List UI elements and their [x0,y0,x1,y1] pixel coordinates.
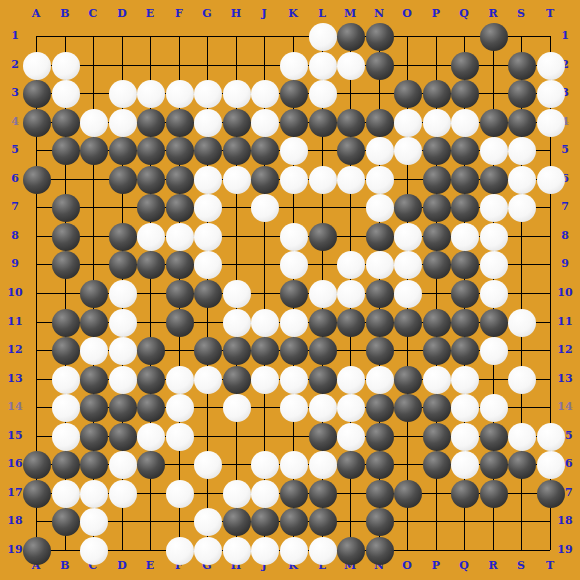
stone-black-O7 [394,194,422,222]
stone-black-P3 [423,80,451,108]
stone-white-T15 [537,423,565,451]
stone-white-B17 [52,480,80,508]
col-label-bottom-O: O [397,559,417,573]
stone-black-F9 [166,251,194,279]
stone-black-M19 [337,537,365,565]
stone-white-Q8 [451,223,479,251]
row-label-left-3: 3 [5,86,25,100]
stone-black-K4 [280,109,308,137]
stone-black-R4 [480,109,508,137]
stone-black-C14 [80,394,108,422]
stone-white-F15 [166,423,194,451]
stone-black-L8 [309,223,337,251]
stone-black-A6 [23,166,51,194]
col-label-top-R: R [483,7,503,21]
stone-black-R17 [480,480,508,508]
stone-black-Q10 [451,280,479,308]
stone-white-O5 [394,137,422,165]
stone-white-K14 [280,394,308,422]
stone-white-D17 [109,480,137,508]
stone-white-R14 [480,394,508,422]
stone-black-B8 [52,223,80,251]
go-board[interactable]: AABBCCDDEEFFGGHHJJKKLLMMNNOOPPQQRRSSTT11… [0,0,580,580]
stone-white-L3 [309,80,337,108]
stone-black-E4 [137,109,165,137]
col-label-bottom-D: D [112,559,132,573]
stone-white-S11 [508,309,536,337]
stone-white-E3 [137,80,165,108]
stone-black-L18 [309,508,337,536]
stone-black-N10 [366,280,394,308]
stone-white-A2 [23,52,51,80]
stone-white-R8 [480,223,508,251]
stone-black-N19 [366,537,394,565]
stone-white-H10 [223,280,251,308]
stone-black-H18 [223,508,251,536]
stone-black-B9 [52,251,80,279]
stone-white-O9 [394,251,422,279]
row-label-left-16: 16 [5,457,25,471]
stone-white-Q13 [451,366,479,394]
stone-black-N16 [366,451,394,479]
stone-black-B7 [52,194,80,222]
row-label-left-10: 10 [5,286,25,300]
row-label-left-5: 5 [5,143,25,157]
stone-black-R11 [480,309,508,337]
stone-black-B5 [52,137,80,165]
col-label-top-P: P [426,7,446,21]
stone-black-C10 [80,280,108,308]
stone-black-E14 [137,394,165,422]
stone-white-M15 [337,423,365,451]
stone-white-E8 [137,223,165,251]
stone-white-R5 [480,137,508,165]
stone-white-O8 [394,223,422,251]
row-label-left-1: 1 [5,29,25,43]
stone-black-G12 [194,337,222,365]
row-label-left-15: 15 [5,429,25,443]
stone-white-J17 [251,480,279,508]
stone-black-N4 [366,109,394,137]
row-label-right-1: 1 [555,29,575,43]
stone-black-P15 [423,423,451,451]
stone-black-F5 [166,137,194,165]
stone-black-O13 [394,366,422,394]
stone-black-C5 [80,137,108,165]
row-label-right-7: 7 [555,200,575,214]
stone-black-S3 [508,80,536,108]
stone-white-P4 [423,109,451,137]
stone-black-N1 [366,23,394,51]
stone-white-G16 [194,451,222,479]
col-label-top-H: H [226,7,246,21]
stone-black-N14 [366,394,394,422]
stone-white-B13 [52,366,80,394]
stone-black-M1 [337,23,365,51]
stone-white-L10 [309,280,337,308]
stone-black-Q7 [451,194,479,222]
col-label-bottom-R: R [483,559,503,573]
stone-black-G10 [194,280,222,308]
stone-black-R6 [480,166,508,194]
stone-white-T2 [537,52,565,80]
stone-black-P8 [423,223,451,251]
stone-black-C11 [80,309,108,337]
stone-black-F6 [166,166,194,194]
stone-black-Q12 [451,337,479,365]
stone-white-C18 [80,508,108,536]
stone-black-E12 [137,337,165,365]
stone-white-G6 [194,166,222,194]
col-label-bottom-B: B [55,559,75,573]
row-label-left-2: 2 [5,58,25,72]
stone-black-D9 [109,251,137,279]
col-label-top-G: G [197,7,217,21]
stone-black-F10 [166,280,194,308]
stone-white-J19 [251,537,279,565]
stone-black-M5 [337,137,365,165]
stone-white-J11 [251,309,279,337]
col-label-top-T: T [540,7,560,21]
col-label-top-L: L [312,7,332,21]
col-label-top-S: S [511,7,531,21]
stone-black-N8 [366,223,394,251]
stone-black-J12 [251,337,279,365]
stone-white-J4 [251,109,279,137]
stone-white-L14 [309,394,337,422]
stone-black-P11 [423,309,451,337]
stone-white-B15 [52,423,80,451]
stone-white-D10 [109,280,137,308]
stone-black-P5 [423,137,451,165]
row-label-left-7: 7 [5,200,25,214]
stone-black-Q5 [451,137,479,165]
stone-black-J5 [251,137,279,165]
stone-white-T4 [537,109,565,137]
stone-black-T17 [537,480,565,508]
stone-white-G9 [194,251,222,279]
stone-black-C13 [80,366,108,394]
stone-white-Q4 [451,109,479,137]
stone-white-N13 [366,366,394,394]
stone-black-B12 [52,337,80,365]
stone-white-G18 [194,508,222,536]
row-label-right-11: 11 [555,315,575,329]
row-label-left-14: 14 [5,400,25,414]
stone-white-F3 [166,80,194,108]
stone-white-B2 [52,52,80,80]
stone-white-H17 [223,480,251,508]
row-label-left-8: 8 [5,229,25,243]
stone-black-P12 [423,337,451,365]
stone-black-N17 [366,480,394,508]
stone-white-O10 [394,280,422,308]
stone-white-N6 [366,166,394,194]
stone-black-A17 [23,480,51,508]
stone-white-T6 [537,166,565,194]
stone-black-L17 [309,480,337,508]
stone-white-C17 [80,480,108,508]
stone-black-P16 [423,451,451,479]
stone-white-C19 [80,537,108,565]
stone-white-F19 [166,537,194,565]
stone-white-S7 [508,194,536,222]
stone-white-J3 [251,80,279,108]
stone-black-Q3 [451,80,479,108]
stone-black-D8 [109,223,137,251]
stone-white-G4 [194,109,222,137]
stone-black-L13 [309,366,337,394]
row-label-left-4: 4 [5,115,25,129]
stone-white-L16 [309,451,337,479]
col-label-top-F: F [169,7,189,21]
stone-black-E16 [137,451,165,479]
stone-white-M14 [337,394,365,422]
col-label-top-Q: Q [454,7,474,21]
stone-black-Q2 [451,52,479,80]
stone-white-M6 [337,166,365,194]
stone-black-K17 [280,480,308,508]
stone-white-G13 [194,366,222,394]
stone-black-R15 [480,423,508,451]
stone-white-F14 [166,394,194,422]
stone-black-K3 [280,80,308,108]
stone-black-L4 [309,109,337,137]
col-label-top-N: N [369,7,389,21]
col-label-bottom-Q: Q [454,559,474,573]
stone-black-N12 [366,337,394,365]
col-label-top-B: B [55,7,75,21]
col-label-top-E: E [140,7,160,21]
row-label-right-18: 18 [555,514,575,528]
stone-white-K9 [280,251,308,279]
stone-black-J6 [251,166,279,194]
row-label-right-13: 13 [555,372,575,386]
col-label-top-C: C [83,7,103,21]
stone-white-S5 [508,137,536,165]
stone-white-Q15 [451,423,479,451]
row-label-left-18: 18 [5,514,25,528]
stone-black-M16 [337,451,365,479]
stone-white-H19 [223,537,251,565]
stone-black-H12 [223,337,251,365]
stone-white-H11 [223,309,251,337]
stone-black-Q6 [451,166,479,194]
stone-white-J13 [251,366,279,394]
stone-white-S13 [508,366,536,394]
stone-black-D5 [109,137,137,165]
col-label-top-K: K [283,7,303,21]
stone-white-R10 [480,280,508,308]
stone-black-K10 [280,280,308,308]
stone-white-K8 [280,223,308,251]
stone-black-Q17 [451,480,479,508]
stone-black-O14 [394,394,422,422]
stone-black-L15 [309,423,337,451]
stone-white-K2 [280,52,308,80]
stone-black-E13 [137,366,165,394]
stone-black-A4 [23,109,51,137]
stone-black-F11 [166,309,194,337]
row-label-right-5: 5 [555,143,575,157]
stone-black-K12 [280,337,308,365]
stone-black-R1 [480,23,508,51]
stone-black-N15 [366,423,394,451]
stone-black-M11 [337,309,365,337]
stone-white-D12 [109,337,137,365]
stone-black-E9 [137,251,165,279]
stone-black-N2 [366,52,394,80]
stone-black-B11 [52,309,80,337]
stone-black-J18 [251,508,279,536]
col-label-top-D: D [112,7,132,21]
stone-white-T3 [537,80,565,108]
stone-black-A16 [23,451,51,479]
stone-black-F4 [166,109,194,137]
stone-black-P7 [423,194,451,222]
row-label-left-6: 6 [5,172,25,186]
row-label-right-19: 19 [555,543,575,557]
stone-black-E6 [137,166,165,194]
row-label-left-17: 17 [5,486,25,500]
stone-black-A3 [23,80,51,108]
stone-black-O11 [394,309,422,337]
stone-black-M4 [337,109,365,137]
stone-white-N5 [366,137,394,165]
row-label-right-8: 8 [555,229,575,243]
stone-white-D4 [109,109,137,137]
stone-black-H4 [223,109,251,137]
stone-white-H14 [223,394,251,422]
stone-black-E5 [137,137,165,165]
stone-white-J16 [251,451,279,479]
stone-white-O4 [394,109,422,137]
row-label-right-12: 12 [555,343,575,357]
stone-white-N7 [366,194,394,222]
stone-white-P13 [423,366,451,394]
stone-white-R7 [480,194,508,222]
stone-white-E15 [137,423,165,451]
stone-white-K16 [280,451,308,479]
col-label-top-J: J [254,7,274,21]
stone-white-B14 [52,394,80,422]
row-label-left-13: 13 [5,372,25,386]
stone-white-J7 [251,194,279,222]
stone-white-B3 [52,80,80,108]
col-label-bottom-S: S [511,559,531,573]
stone-white-M10 [337,280,365,308]
col-label-bottom-T: T [540,559,560,573]
stone-black-N18 [366,508,394,536]
stone-black-A19 [23,537,51,565]
stone-white-H3 [223,80,251,108]
stone-white-K5 [280,137,308,165]
stone-black-O3 [394,80,422,108]
stone-white-G8 [194,223,222,251]
stone-white-L2 [309,52,337,80]
stone-black-C15 [80,423,108,451]
stone-white-M2 [337,52,365,80]
stone-white-D11 [109,309,137,337]
stone-black-R16 [480,451,508,479]
stone-white-G19 [194,537,222,565]
stone-white-M13 [337,366,365,394]
stone-white-G3 [194,80,222,108]
stone-white-S6 [508,166,536,194]
col-label-top-A: A [26,7,46,21]
stone-black-D14 [109,394,137,422]
stone-white-Q16 [451,451,479,479]
stone-white-D3 [109,80,137,108]
stone-white-F17 [166,480,194,508]
stone-black-Q11 [451,309,479,337]
stone-black-E7 [137,194,165,222]
col-label-bottom-P: P [426,559,446,573]
stone-white-R9 [480,251,508,279]
row-label-left-19: 19 [5,543,25,557]
stone-white-L1 [309,23,337,51]
stone-black-L12 [309,337,337,365]
stone-black-S4 [508,109,536,137]
stone-white-R12 [480,337,508,365]
col-label-bottom-E: E [140,559,160,573]
stone-white-F13 [166,366,194,394]
stone-black-N11 [366,309,394,337]
stone-black-G5 [194,137,222,165]
stone-white-D13 [109,366,137,394]
stone-black-B4 [52,109,80,137]
row-label-right-10: 10 [555,286,575,300]
stone-black-F7 [166,194,194,222]
stone-black-B18 [52,508,80,536]
stone-white-Q14 [451,394,479,422]
stone-black-B16 [52,451,80,479]
stone-white-K6 [280,166,308,194]
stone-black-P6 [423,166,451,194]
stone-black-H13 [223,366,251,394]
stone-black-P9 [423,251,451,279]
stone-white-K11 [280,309,308,337]
stone-black-H5 [223,137,251,165]
col-label-top-M: M [340,7,360,21]
stone-white-C12 [80,337,108,365]
stone-black-L11 [309,309,337,337]
stone-white-H6 [223,166,251,194]
stone-white-N9 [366,251,394,279]
stone-white-M9 [337,251,365,279]
row-label-left-11: 11 [5,315,25,329]
stone-black-K18 [280,508,308,536]
stone-white-K13 [280,366,308,394]
stone-white-T16 [537,451,565,479]
stone-white-F8 [166,223,194,251]
stone-black-Q9 [451,251,479,279]
stone-white-L19 [309,537,337,565]
col-label-top-O: O [397,7,417,21]
stone-white-S15 [508,423,536,451]
row-label-left-9: 9 [5,257,25,271]
stone-white-L6 [309,166,337,194]
row-label-right-9: 9 [555,257,575,271]
stone-black-S16 [508,451,536,479]
stone-white-K19 [280,537,308,565]
stone-white-G7 [194,194,222,222]
stone-white-D16 [109,451,137,479]
stone-black-S2 [508,52,536,80]
row-label-right-14: 14 [555,400,575,414]
row-label-left-12: 12 [5,343,25,357]
stone-black-D15 [109,423,137,451]
